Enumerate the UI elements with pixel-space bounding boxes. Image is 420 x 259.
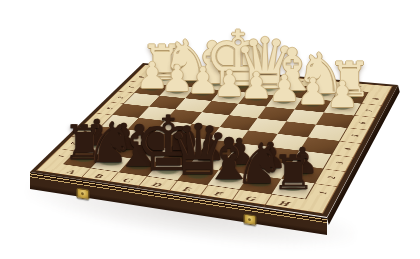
brass-clasp-right	[243, 214, 256, 226]
piece-white-pawn-g7[interactable]: ♟	[297, 74, 329, 110]
piece-white-pawn-f7[interactable]: ♟	[268, 71, 300, 107]
piece-white-pawn-h7[interactable]: ♟	[326, 77, 358, 113]
piece-black-rook-h1[interactable]: ♜	[272, 147, 315, 195]
brass-clasp-left	[76, 188, 89, 200]
chess-set-photo: ABCDEFGH ABCDEFGH 87654321 87654321 ♜♞♝♚…	[0, 0, 420, 259]
